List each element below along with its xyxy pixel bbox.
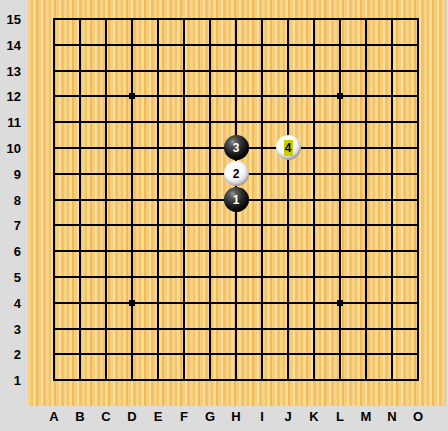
intersection-A11[interactable]: [41, 109, 67, 135]
intersection-B7[interactable]: [67, 212, 93, 238]
intersection-A10[interactable]: [41, 135, 67, 161]
grid-line-vertical: [313, 58, 315, 84]
stone-black-H10: 3: [224, 135, 249, 160]
intersection-I2[interactable]: [249, 341, 275, 367]
intersection-E6[interactable]: [145, 238, 171, 264]
grid-line-vertical: [79, 58, 81, 84]
intersection-C4[interactable]: [93, 290, 119, 316]
grid-line-vertical: [235, 367, 237, 381]
intersection-J8[interactable]: [275, 187, 301, 213]
intersection-M5[interactable]: [353, 264, 379, 290]
grid-line-vertical: [261, 367, 263, 381]
intersection-F7[interactable]: [171, 212, 197, 238]
intersection-N3[interactable]: [379, 316, 405, 342]
intersection-C10[interactable]: [93, 135, 119, 161]
intersection-D3[interactable]: [119, 316, 145, 342]
intersection-E1[interactable]: [145, 367, 171, 393]
intersection-N15[interactable]: [379, 6, 405, 32]
intersection-D13[interactable]: [119, 58, 145, 84]
intersection-O10[interactable]: [405, 135, 431, 161]
intersection-D2[interactable]: [119, 341, 145, 367]
intersection-B12[interactable]: [67, 83, 93, 109]
row-label-12: 12: [0, 90, 21, 103]
intersection-D9[interactable]: [119, 161, 145, 187]
intersection-C15[interactable]: [93, 6, 119, 32]
grid-line-vertical: [157, 18, 159, 32]
intersection-B4[interactable]: [67, 290, 93, 316]
intersection-K3[interactable]: [301, 316, 327, 342]
intersection-G2[interactable]: [197, 341, 223, 367]
grid-line-vertical: [339, 18, 341, 32]
intersection-F11[interactable]: [171, 109, 197, 135]
intersection-O6[interactable]: [405, 238, 431, 264]
intersection-C13[interactable]: [93, 58, 119, 84]
intersection-H12[interactable]: [223, 83, 249, 109]
intersection-H15[interactable]: [223, 6, 249, 32]
intersection-E8[interactable]: [145, 187, 171, 213]
grid-line-vertical: [339, 264, 341, 290]
intersection-O15[interactable]: [405, 6, 431, 32]
intersection-J12[interactable]: [275, 83, 301, 109]
intersection-C14[interactable]: [93, 32, 119, 58]
intersection-H10[interactable]: 3: [223, 135, 249, 161]
intersection-N14[interactable]: [379, 32, 405, 58]
intersection-H9[interactable]: 2: [223, 161, 249, 187]
intersection-M2[interactable]: [353, 341, 379, 367]
intersection-D1[interactable]: [119, 367, 145, 393]
intersection-J7[interactable]: [275, 212, 301, 238]
intersection-G3[interactable]: [197, 316, 223, 342]
grid-line-vertical: [391, 341, 393, 367]
board[interactable]: 3421: [28, 0, 446, 406]
intersection-C12[interactable]: [93, 83, 119, 109]
column-label-A: A: [49, 410, 58, 423]
intersection-K14[interactable]: [301, 32, 327, 58]
intersection-D4[interactable]: [119, 290, 145, 316]
intersection-H8[interactable]: 1: [223, 187, 249, 213]
intersection-F10[interactable]: [171, 135, 197, 161]
intersection-D6[interactable]: [119, 238, 145, 264]
intersection-N12[interactable]: [379, 83, 405, 109]
intersection-N4[interactable]: [379, 290, 405, 316]
intersection-B15[interactable]: [67, 6, 93, 32]
intersection-M10[interactable]: [353, 135, 379, 161]
grid-line-horizontal: [53, 95, 67, 97]
intersection-L5[interactable]: [327, 264, 353, 290]
intersection-N5[interactable]: [379, 264, 405, 290]
intersection-A12[interactable]: [41, 83, 67, 109]
grid-line-vertical: [261, 212, 263, 238]
intersection-D15[interactable]: [119, 6, 145, 32]
intersection-A1[interactable]: [41, 367, 67, 393]
intersection-C2[interactable]: [93, 341, 119, 367]
grid-line-vertical: [157, 135, 159, 161]
intersection-I15[interactable]: [249, 6, 275, 32]
intersection-L13[interactable]: [327, 58, 353, 84]
grid-line-vertical: [131, 341, 133, 367]
intersection-M11[interactable]: [353, 109, 379, 135]
intersection-E11[interactable]: [145, 109, 171, 135]
intersection-M12[interactable]: [353, 83, 379, 109]
intersection-A9[interactable]: [41, 161, 67, 187]
intersection-G5[interactable]: [197, 264, 223, 290]
intersection-G4[interactable]: [197, 290, 223, 316]
intersection-L11[interactable]: [327, 109, 353, 135]
grid-line-vertical: [53, 32, 55, 58]
intersection-O9[interactable]: [405, 161, 431, 187]
grid-line-vertical: [235, 341, 237, 367]
intersection-H4[interactable]: [223, 290, 249, 316]
intersection-O13[interactable]: [405, 58, 431, 84]
intersection-E2[interactable]: [145, 341, 171, 367]
intersection-F15[interactable]: [171, 6, 197, 32]
intersection-H11[interactable]: [223, 109, 249, 135]
intersection-E3[interactable]: [145, 316, 171, 342]
intersection-L8[interactable]: [327, 187, 353, 213]
intersection-L9[interactable]: [327, 161, 353, 187]
intersection-K5[interactable]: [301, 264, 327, 290]
column-label-C: C: [101, 410, 110, 423]
intersection-J11[interactable]: [275, 109, 301, 135]
intersection-O11[interactable]: [405, 109, 431, 135]
grid-line-vertical: [105, 238, 107, 264]
intersection-N13[interactable]: [379, 58, 405, 84]
intersection-D14[interactable]: [119, 32, 145, 58]
intersection-I12[interactable]: [249, 83, 275, 109]
intersection-I4[interactable]: [249, 290, 275, 316]
intersection-J14[interactable]: [275, 32, 301, 58]
grid-line-vertical: [287, 18, 289, 32]
grid-line-vertical: [183, 341, 185, 367]
intersection-B10[interactable]: [67, 135, 93, 161]
intersection-F4[interactable]: [171, 290, 197, 316]
intersection-F8[interactable]: [171, 187, 197, 213]
intersection-B6[interactable]: [67, 238, 93, 264]
grid-line-horizontal: [53, 173, 67, 175]
intersection-I3[interactable]: [249, 316, 275, 342]
intersection-J2[interactable]: [275, 341, 301, 367]
intersection-K6[interactable]: [301, 238, 327, 264]
grid-line-vertical: [183, 290, 185, 316]
grid-line-vertical: [209, 32, 211, 58]
intersection-B5[interactable]: [67, 264, 93, 290]
star-point-L4: [337, 300, 343, 306]
intersection-K9[interactable]: [301, 161, 327, 187]
intersection-A14[interactable]: [41, 32, 67, 58]
intersection-G13[interactable]: [197, 58, 223, 84]
intersection-M15[interactable]: [353, 6, 379, 32]
intersection-I9[interactable]: [249, 161, 275, 187]
intersection-J10[interactable]: 4: [275, 135, 301, 161]
intersection-O4[interactable]: [405, 290, 431, 316]
intersection-C3[interactable]: [93, 316, 119, 342]
intersection-H14[interactable]: [223, 32, 249, 58]
intersection-K10[interactable]: [301, 135, 327, 161]
grid-line-vertical: [79, 238, 81, 264]
grid-line-vertical: [105, 212, 107, 238]
intersection-E10[interactable]: [145, 135, 171, 161]
intersection-C7[interactable]: [93, 212, 119, 238]
intersection-F13[interactable]: [171, 58, 197, 84]
intersection-N2[interactable]: [379, 341, 405, 367]
intersection-A3[interactable]: [41, 316, 67, 342]
intersection-O3[interactable]: [405, 316, 431, 342]
intersection-O8[interactable]: [405, 187, 431, 213]
intersection-C8[interactable]: [93, 187, 119, 213]
grid-line-vertical: [365, 238, 367, 264]
intersection-C11[interactable]: [93, 109, 119, 135]
intersection-L15[interactable]: [327, 6, 353, 32]
intersection-F5[interactable]: [171, 264, 197, 290]
grid-line-vertical: [339, 367, 341, 381]
intersection-D7[interactable]: [119, 212, 145, 238]
intersection-O1[interactable]: [405, 367, 431, 393]
intersection-N9[interactable]: [379, 161, 405, 187]
column-label-I: I: [260, 410, 264, 423]
grid-line-vertical: [287, 58, 289, 84]
grid-line-vertical: [105, 187, 107, 213]
intersection-G9[interactable]: [197, 161, 223, 187]
intersection-A7[interactable]: [41, 212, 67, 238]
grid-line-vertical: [157, 58, 159, 84]
column-label-H: H: [231, 410, 240, 423]
intersection-N7[interactable]: [379, 212, 405, 238]
intersection-K15[interactable]: [301, 6, 327, 32]
intersection-F3[interactable]: [171, 316, 197, 342]
intersection-G15[interactable]: [197, 6, 223, 32]
grid-line-vertical: [339, 161, 341, 187]
grid-line-horizontal: [53, 224, 67, 226]
intersection-B14[interactable]: [67, 32, 93, 58]
intersection-E9[interactable]: [145, 161, 171, 187]
intersection-H7[interactable]: [223, 212, 249, 238]
grid-line-vertical: [53, 135, 55, 161]
intersection-B13[interactable]: [67, 58, 93, 84]
intersection-M7[interactable]: [353, 212, 379, 238]
grid-line-vertical: [157, 341, 159, 367]
grid-line-vertical: [157, 316, 159, 342]
intersection-I8[interactable]: [249, 187, 275, 213]
grid-line-horizontal: [53, 328, 67, 330]
intersection-A13[interactable]: [41, 58, 67, 84]
intersection-J1[interactable]: [275, 367, 301, 393]
row-label-3: 3: [0, 322, 21, 335]
grid-line-vertical: [339, 316, 341, 342]
intersection-K7[interactable]: [301, 212, 327, 238]
intersection-B1[interactable]: [67, 367, 93, 393]
intersection-M1[interactable]: [353, 367, 379, 393]
intersection-H6[interactable]: [223, 238, 249, 264]
intersection-H1[interactable]: [223, 367, 249, 393]
grid-line-vertical: [131, 58, 133, 84]
intersection-L10[interactable]: [327, 135, 353, 161]
grid-line-vertical: [209, 58, 211, 84]
grid-line-vertical: [209, 18, 211, 32]
intersection-A5[interactable]: [41, 264, 67, 290]
intersection-C9[interactable]: [93, 161, 119, 187]
intersection-G8[interactable]: [197, 187, 223, 213]
intersection-N8[interactable]: [379, 187, 405, 213]
intersection-E13[interactable]: [145, 58, 171, 84]
grid-line-vertical: [287, 238, 289, 264]
intersection-B2[interactable]: [67, 341, 93, 367]
intersection-I7[interactable]: [249, 212, 275, 238]
intersection-F9[interactable]: [171, 161, 197, 187]
intersection-A8[interactable]: [41, 187, 67, 213]
grid-line-vertical: [105, 161, 107, 187]
grid-line-horizontal: [53, 44, 67, 46]
intersection-D12[interactable]: [119, 83, 145, 109]
grid-line-vertical: [391, 212, 393, 238]
grid-line-vertical: [183, 135, 185, 161]
grid-line-vertical: [391, 135, 393, 161]
intersection-I13[interactable]: [249, 58, 275, 84]
intersection-O14[interactable]: [405, 32, 431, 58]
intersection-F6[interactable]: [171, 238, 197, 264]
intersection-D10[interactable]: [119, 135, 145, 161]
intersection-I5[interactable]: [249, 264, 275, 290]
intersection-I10[interactable]: [249, 135, 275, 161]
intersection-A2[interactable]: [41, 341, 67, 367]
intersection-E15[interactable]: [145, 6, 171, 32]
intersection-F14[interactable]: [171, 32, 197, 58]
intersection-H5[interactable]: [223, 264, 249, 290]
intersection-E7[interactable]: [145, 212, 171, 238]
intersection-F1[interactable]: [171, 367, 197, 393]
grid-line-vertical: [339, 109, 341, 135]
intersection-G1[interactable]: [197, 367, 223, 393]
intersection-J15[interactable]: [275, 6, 301, 32]
grid-line-vertical: [183, 238, 185, 264]
intersection-I14[interactable]: [249, 32, 275, 58]
intersection-A15[interactable]: [41, 6, 67, 32]
intersection-G11[interactable]: [197, 109, 223, 135]
intersection-O2[interactable]: [405, 341, 431, 367]
intersection-O12[interactable]: [405, 83, 431, 109]
intersection-G6[interactable]: [197, 238, 223, 264]
intersection-J5[interactable]: [275, 264, 301, 290]
intersection-M4[interactable]: [353, 290, 379, 316]
grid-line-horizontal: [53, 302, 67, 304]
intersection-F12[interactable]: [171, 83, 197, 109]
intersection-E5[interactable]: [145, 264, 171, 290]
last-move-highlight: 4: [284, 140, 293, 156]
intersection-N6[interactable]: [379, 238, 405, 264]
intersection-L6[interactable]: [327, 238, 353, 264]
grid-line-vertical: [287, 212, 289, 238]
intersection-D11[interactable]: [119, 109, 145, 135]
intersection-H13[interactable]: [223, 58, 249, 84]
intersection-L12[interactable]: [327, 83, 353, 109]
intersection-I11[interactable]: [249, 109, 275, 135]
grid-line-vertical: [235, 316, 237, 342]
intersection-K11[interactable]: [301, 109, 327, 135]
intersection-E12[interactable]: [145, 83, 171, 109]
grid-line-vertical: [53, 187, 55, 213]
intersection-H2[interactable]: [223, 341, 249, 367]
intersection-C1[interactable]: [93, 367, 119, 393]
intersection-C5[interactable]: [93, 264, 119, 290]
intersection-I6[interactable]: [249, 238, 275, 264]
grid-line-vertical: [391, 290, 393, 316]
intersection-J9[interactable]: [275, 161, 301, 187]
intersection-G7[interactable]: [197, 212, 223, 238]
intersection-L2[interactable]: [327, 341, 353, 367]
intersection-A4[interactable]: [41, 290, 67, 316]
intersection-J4[interactable]: [275, 290, 301, 316]
intersection-N10[interactable]: [379, 135, 405, 161]
intersection-M9[interactable]: [353, 161, 379, 187]
intersection-M6[interactable]: [353, 238, 379, 264]
intersection-K8[interactable]: [301, 187, 327, 213]
grid-line-vertical: [79, 264, 81, 290]
intersection-K1[interactable]: [301, 367, 327, 393]
intersection-H3[interactable]: [223, 316, 249, 342]
intersection-J6[interactable]: [275, 238, 301, 264]
grid-line-vertical: [391, 264, 393, 290]
intersection-O5[interactable]: [405, 264, 431, 290]
intersection-M13[interactable]: [353, 58, 379, 84]
intersection-B9[interactable]: [67, 161, 93, 187]
intersection-K2[interactable]: [301, 341, 327, 367]
intersection-D8[interactable]: [119, 187, 145, 213]
intersection-A6[interactable]: [41, 238, 67, 264]
intersection-G12[interactable]: [197, 83, 223, 109]
intersection-N11[interactable]: [379, 109, 405, 135]
intersection-E4[interactable]: [145, 290, 171, 316]
intersection-M14[interactable]: [353, 32, 379, 58]
grid-line-vertical: [79, 316, 81, 342]
intersection-M8[interactable]: [353, 187, 379, 213]
intersection-J13[interactable]: [275, 58, 301, 84]
grid-line-vertical: [235, 83, 237, 109]
grid-line-vertical: [261, 316, 263, 342]
intersection-F2[interactable]: [171, 341, 197, 367]
grid-line-vertical: [313, 341, 315, 367]
grid-line-vertical: [183, 187, 185, 213]
intersection-L7[interactable]: [327, 212, 353, 238]
intersection-G14[interactable]: [197, 32, 223, 58]
column-label-N: N: [387, 410, 396, 423]
intersection-K4[interactable]: [301, 290, 327, 316]
intersection-J3[interactable]: [275, 316, 301, 342]
grid-line-vertical: [53, 290, 55, 316]
grid-line-vertical: [209, 316, 211, 342]
intersection-L14[interactable]: [327, 32, 353, 58]
grid-line-vertical: [235, 32, 237, 58]
intersection-G10[interactable]: [197, 135, 223, 161]
grid-line-vertical: [209, 264, 211, 290]
intersection-O7[interactable]: [405, 212, 431, 238]
grid-line-horizontal: [53, 276, 67, 278]
intersection-L1[interactable]: [327, 367, 353, 393]
intersection-D5[interactable]: [119, 264, 145, 290]
intersection-I1[interactable]: [249, 367, 275, 393]
intersection-M3[interactable]: [353, 316, 379, 342]
intersection-E14[interactable]: [145, 32, 171, 58]
intersection-B3[interactable]: [67, 316, 93, 342]
intersection-K13[interactable]: [301, 58, 327, 84]
intersection-K12[interactable]: [301, 83, 327, 109]
intersection-B11[interactable]: [67, 109, 93, 135]
intersection-L3[interactable]: [327, 316, 353, 342]
intersection-L4[interactable]: [327, 290, 353, 316]
intersection-C6[interactable]: [93, 238, 119, 264]
grid-line-vertical: [235, 290, 237, 316]
intersection-N1[interactable]: [379, 367, 405, 393]
grid-line-vertical: [391, 187, 393, 213]
intersection-B8[interactable]: [67, 187, 93, 213]
